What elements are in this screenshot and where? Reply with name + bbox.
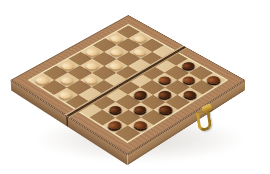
square-a5 (66, 95, 91, 110)
light-checker (57, 89, 75, 100)
square-c3 (115, 95, 140, 110)
square-d4 (116, 80, 141, 95)
square-a7 (42, 80, 67, 95)
square-d2 (140, 95, 165, 110)
square-d1 (153, 102, 178, 117)
square-d3 (128, 87, 153, 102)
square-f2 (165, 80, 190, 95)
square-c2 (128, 102, 153, 117)
square-c5 (91, 80, 116, 95)
square-a1 (115, 125, 141, 141)
square-e1 (165, 95, 190, 110)
square-c4 (103, 87, 128, 102)
square-e3 (140, 80, 165, 95)
square-f1 (177, 87, 202, 102)
square-b3 (103, 102, 128, 117)
dark-checker (181, 89, 199, 100)
square-a2 (102, 117, 127, 133)
checkers-set-photo (0, 0, 270, 174)
square-e2 (153, 87, 178, 102)
dark-checker (131, 120, 149, 131)
square-b4 (90, 95, 115, 110)
dark-checker (156, 89, 174, 100)
square-b1 (128, 117, 153, 133)
square-a6 (54, 87, 79, 102)
dark-checker (131, 104, 149, 115)
dark-checker (106, 120, 124, 131)
square-a3 (90, 110, 115, 126)
dark-checker (106, 104, 124, 115)
square-g1 (189, 80, 214, 95)
square-a4 (78, 102, 103, 117)
dark-checker (156, 104, 174, 115)
square-c1 (140, 110, 165, 126)
square-b5 (78, 87, 103, 102)
square-b2 (115, 110, 140, 126)
dark-checker (131, 89, 149, 100)
square-b6 (67, 80, 92, 95)
dark-checker (205, 75, 223, 85)
